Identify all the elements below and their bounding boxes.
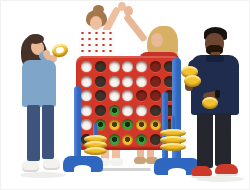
board-cell-r2c5	[135, 75, 148, 89]
empty-hole-light	[109, 61, 120, 72]
red-woman-face	[151, 33, 163, 47]
red-woman-sandal	[134, 157, 146, 164]
empty-hole-light	[136, 61, 147, 72]
board-cell-r2c3	[108, 75, 121, 89]
empty-hole-shadow-red	[150, 61, 161, 72]
left-woman-sneaker	[22, 161, 39, 170]
green-disc	[109, 134, 120, 145]
board-cell-r2c6	[149, 75, 162, 89]
board-cell-r2c1	[80, 75, 93, 89]
empty-hole-shadow	[95, 105, 106, 116]
board-cell-r5c1	[80, 118, 93, 132]
empty-hole-shadow	[95, 90, 106, 101]
empty-hole-light	[81, 105, 92, 116]
board-cell-r1c3	[108, 60, 121, 74]
left-woman-hair-front	[27, 34, 44, 44]
man-held-ring-lower	[202, 97, 218, 109]
board-cell-r1c6	[149, 60, 162, 74]
left-woman-jeans-leg	[42, 105, 54, 159]
shadow-man	[196, 176, 244, 182]
board-cell-r3c2	[94, 89, 107, 103]
board-cell-r4c4	[122, 104, 135, 118]
girl-face	[90, 16, 102, 30]
green-disc	[122, 119, 133, 130]
empty-hole-shadow	[150, 105, 161, 116]
board-cell-r5c4	[122, 118, 135, 132]
board-cell-r3c4	[122, 89, 135, 103]
ring-stack-left	[84, 147, 107, 155]
board-cell-r1c5	[135, 60, 148, 74]
green-disc	[109, 105, 120, 116]
empty-hole-shadow-red	[150, 76, 161, 87]
left-foot-arch	[74, 165, 91, 172]
board-cell-r3c1	[80, 89, 93, 103]
board-cell-r4c3	[108, 104, 121, 118]
yellow-disc	[122, 134, 133, 145]
board-cell-r4c2	[94, 104, 107, 118]
man-red-sneaker	[191, 166, 212, 176]
man-watch	[215, 90, 220, 98]
empty-hole-light	[122, 105, 133, 116]
board-cell-r5c3	[108, 118, 121, 132]
board-cell-r6c3	[108, 133, 121, 147]
empty-hole-light	[122, 76, 133, 87]
board-cell-r1c1	[80, 60, 93, 74]
board-cell-r6c5	[135, 133, 148, 147]
empty-hole-light	[109, 90, 120, 101]
empty-hole-shadow	[95, 76, 106, 87]
board-cell-r4c1	[80, 104, 93, 118]
board-cell-r4c6	[149, 104, 162, 118]
man-held-ring	[184, 75, 201, 87]
board-cell-r3c5	[135, 89, 148, 103]
board-cell-r5c6	[149, 118, 162, 132]
empty-hole-light	[136, 105, 147, 116]
board-cell-r1c4	[122, 60, 135, 74]
man-polo-collar	[206, 55, 224, 62]
man-pants-leg	[197, 113, 213, 168]
ring-hole	[56, 46, 64, 54]
empty-hole-light	[81, 61, 92, 72]
empty-hole-light	[122, 61, 133, 72]
left-leg-post	[74, 86, 81, 164]
red-woman-raised-arm	[123, 13, 148, 43]
board-cell-r2c2	[94, 75, 107, 89]
empty-hole-light	[81, 90, 92, 101]
man-pants-leg	[215, 113, 231, 166]
green-disc	[136, 134, 147, 145]
board-cell-r1c2	[94, 60, 107, 74]
left-woman-sneaker	[43, 159, 60, 168]
yellow-disc	[109, 119, 120, 130]
empty-hole-shadow-red	[150, 90, 161, 101]
board-cell-r5c5	[135, 118, 148, 132]
empty-hole-light	[122, 90, 133, 101]
board-cell-r2c4	[122, 75, 135, 89]
shadow-left-woman	[20, 172, 66, 178]
empty-hole-shadow	[95, 61, 106, 72]
empty-hole-shadow-red	[136, 90, 147, 101]
board-cell-r6c4	[122, 133, 135, 147]
left-woman-denim-shirt	[22, 60, 56, 107]
right-foot-arch	[168, 168, 186, 175]
board-cell-r4c5	[135, 104, 148, 118]
product-photo-giant-connect-four	[0, 0, 250, 190]
left-woman-other-hand	[43, 50, 50, 57]
man-red-sneaker	[215, 164, 238, 174]
board-cell-r3c3	[108, 89, 121, 103]
empty-hole-light	[136, 76, 147, 87]
yellow-disc	[150, 119, 161, 130]
empty-hole-light	[109, 76, 120, 87]
empty-hole-light	[81, 76, 92, 87]
yellow-disc	[136, 119, 147, 130]
board-cell-r3c6	[149, 89, 162, 103]
right-leg-post	[172, 58, 181, 172]
girl-sneaker	[110, 158, 123, 166]
empty-hole-light	[81, 119, 92, 130]
left-woman-jeans-leg	[27, 105, 40, 161]
red-woman-hand-high-five	[124, 6, 133, 16]
ring-stack-right	[160, 143, 186, 151]
